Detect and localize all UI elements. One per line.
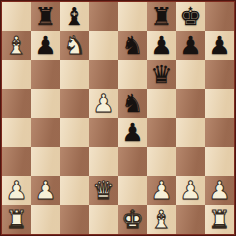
piece-black-queen[interactable]: ♛	[147, 60, 176, 89]
piece-black-bishop[interactable]: ♝	[60, 2, 89, 31]
square-a3[interactable]	[2, 147, 31, 176]
square-g3[interactable]	[176, 147, 205, 176]
chess-board: ♜♝♜♚♝♟♞♞♟♟♟♛♟♞♟♟♟♛♟♟♟♜♚♝♜	[2, 2, 234, 234]
square-a4[interactable]	[2, 118, 31, 147]
board-frame: ♜♝♜♚♝♟♞♞♟♟♟♛♟♞♟♟♟♛♟♟♟♜♚♝♜	[0, 0, 236, 236]
square-e7[interactable]: ♞	[118, 31, 147, 60]
square-c3[interactable]	[60, 147, 89, 176]
square-c5[interactable]	[60, 89, 89, 118]
square-b1[interactable]	[31, 205, 60, 234]
square-g7[interactable]: ♟	[176, 31, 205, 60]
square-d7[interactable]	[89, 31, 118, 60]
square-a8[interactable]	[2, 2, 31, 31]
piece-white-pawn[interactable]: ♟	[205, 176, 234, 205]
square-g6[interactable]	[176, 60, 205, 89]
piece-white-rook[interactable]: ♜	[205, 205, 234, 234]
square-e3[interactable]	[118, 147, 147, 176]
square-e8[interactable]	[118, 2, 147, 31]
piece-black-pawn[interactable]: ♟	[176, 31, 205, 60]
square-d4[interactable]	[89, 118, 118, 147]
square-e1[interactable]: ♚	[118, 205, 147, 234]
square-b8[interactable]: ♜	[31, 2, 60, 31]
square-a7[interactable]: ♝	[2, 31, 31, 60]
square-f7[interactable]: ♟	[147, 31, 176, 60]
square-c8[interactable]: ♝	[60, 2, 89, 31]
square-b3[interactable]	[31, 147, 60, 176]
square-d8[interactable]	[89, 2, 118, 31]
square-h1[interactable]: ♜	[205, 205, 234, 234]
square-h4[interactable]	[205, 118, 234, 147]
square-h2[interactable]: ♟	[205, 176, 234, 205]
piece-black-rook[interactable]: ♜	[147, 2, 176, 31]
square-f4[interactable]	[147, 118, 176, 147]
square-f5[interactable]	[147, 89, 176, 118]
square-h7[interactable]: ♟	[205, 31, 234, 60]
square-h3[interactable]	[205, 147, 234, 176]
piece-white-pawn[interactable]: ♟	[2, 176, 31, 205]
square-b6[interactable]	[31, 60, 60, 89]
piece-black-pawn[interactable]: ♟	[205, 31, 234, 60]
square-c2[interactable]	[60, 176, 89, 205]
piece-white-pawn[interactable]: ♟	[31, 176, 60, 205]
piece-black-pawn[interactable]: ♟	[31, 31, 60, 60]
square-b4[interactable]	[31, 118, 60, 147]
piece-white-knight[interactable]: ♞	[60, 31, 89, 60]
square-g5[interactable]	[176, 89, 205, 118]
square-f8[interactable]: ♜	[147, 2, 176, 31]
piece-white-rook[interactable]: ♜	[2, 205, 31, 234]
piece-white-queen[interactable]: ♛	[89, 176, 118, 205]
square-c1[interactable]	[60, 205, 89, 234]
square-f1[interactable]: ♝	[147, 205, 176, 234]
square-b5[interactable]	[31, 89, 60, 118]
piece-black-knight[interactable]: ♞	[118, 31, 147, 60]
square-g8[interactable]: ♚	[176, 2, 205, 31]
piece-black-king[interactable]: ♚	[176, 2, 205, 31]
square-b2[interactable]: ♟	[31, 176, 60, 205]
square-e2[interactable]	[118, 176, 147, 205]
square-c4[interactable]	[60, 118, 89, 147]
piece-white-pawn[interactable]: ♟	[176, 176, 205, 205]
square-f6[interactable]: ♛	[147, 60, 176, 89]
square-a2[interactable]: ♟	[2, 176, 31, 205]
square-d1[interactable]	[89, 205, 118, 234]
square-g2[interactable]: ♟	[176, 176, 205, 205]
square-f2[interactable]: ♟	[147, 176, 176, 205]
square-c6[interactable]	[60, 60, 89, 89]
square-h5[interactable]	[205, 89, 234, 118]
piece-white-pawn[interactable]: ♟	[147, 176, 176, 205]
piece-black-pawn[interactable]: ♟	[147, 31, 176, 60]
square-d3[interactable]	[89, 147, 118, 176]
square-e6[interactable]	[118, 60, 147, 89]
square-g1[interactable]	[176, 205, 205, 234]
square-d2[interactable]: ♛	[89, 176, 118, 205]
piece-black-rook[interactable]: ♜	[31, 2, 60, 31]
piece-white-bishop[interactable]: ♝	[2, 31, 31, 60]
square-d5[interactable]: ♟	[89, 89, 118, 118]
square-f3[interactable]	[147, 147, 176, 176]
square-a6[interactable]	[2, 60, 31, 89]
square-h6[interactable]	[205, 60, 234, 89]
square-c7[interactable]: ♞	[60, 31, 89, 60]
square-e4[interactable]: ♟	[118, 118, 147, 147]
piece-white-king[interactable]: ♚	[118, 205, 147, 234]
square-g4[interactable]	[176, 118, 205, 147]
square-h8[interactable]	[205, 2, 234, 31]
square-a1[interactable]: ♜	[2, 205, 31, 234]
piece-white-pawn[interactable]: ♟	[89, 89, 118, 118]
square-a5[interactable]	[2, 89, 31, 118]
piece-black-knight[interactable]: ♞	[118, 89, 147, 118]
piece-white-bishop[interactable]: ♝	[147, 205, 176, 234]
square-e5[interactable]: ♞	[118, 89, 147, 118]
square-b7[interactable]: ♟	[31, 31, 60, 60]
square-d6[interactable]	[89, 60, 118, 89]
piece-black-pawn[interactable]: ♟	[118, 118, 147, 147]
